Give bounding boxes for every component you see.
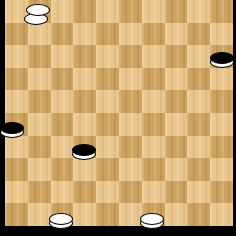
square-r8c5[interactable]: [96, 158, 119, 181]
square-r3c5[interactable]: [96, 45, 119, 68]
square-r9c2[interactable]: [28, 181, 51, 204]
square-r9c4[interactable]: [73, 181, 96, 204]
square-r1c4[interactable]: [73, 0, 96, 23]
square-r8c7[interactable]: [142, 158, 165, 181]
square-r9c5[interactable]: [96, 181, 119, 204]
square-r5c8[interactable]: [165, 90, 188, 113]
square-r2c9[interactable]: [187, 23, 210, 46]
square-r10c8[interactable]: [165, 203, 188, 226]
square-r9c7[interactable]: [142, 181, 165, 204]
square-r3c7[interactable]: [142, 45, 165, 68]
black-man-square-15[interactable]: [210, 52, 234, 68]
square-r5c9[interactable]: [187, 90, 210, 113]
square-r2c2[interactable]: [28, 23, 51, 46]
square-r1c7[interactable]: [142, 0, 165, 23]
square-r4c5[interactable]: [96, 68, 119, 91]
square-r10c10[interactable]: [210, 203, 233, 226]
black-man-square-26[interactable]: [0, 122, 24, 138]
square-r2c1[interactable]: [5, 23, 28, 46]
square-r6c4[interactable]: [73, 113, 96, 136]
square-r8c1[interactable]: [5, 158, 28, 181]
square-r10c9[interactable]: [187, 203, 210, 226]
square-r9c9[interactable]: [187, 181, 210, 204]
square-r5c10[interactable]: [210, 90, 233, 113]
square-r6c2[interactable]: [28, 113, 51, 136]
square-r9c10[interactable]: [210, 181, 233, 204]
square-r7c7[interactable]: [142, 136, 165, 159]
square-r7c3[interactable]: [51, 136, 74, 159]
square-r8c9[interactable]: [187, 158, 210, 181]
square-r8c10[interactable]: [210, 158, 233, 181]
square-r10c5[interactable]: [96, 203, 119, 226]
square-r7c10[interactable]: [210, 136, 233, 159]
square-r1c10[interactable]: [210, 0, 233, 23]
square-r4c3[interactable]: [51, 68, 74, 91]
square-r1c6[interactable]: [119, 0, 142, 23]
white-king-square-1[interactable]: [24, 4, 50, 25]
square-r2c6[interactable]: [119, 23, 142, 46]
square-r6c6[interactable]: [119, 113, 142, 136]
square-r5c5[interactable]: [96, 90, 119, 113]
square-r1c5[interactable]: [96, 0, 119, 23]
board-frame: [0, 0, 236, 236]
square-r2c3[interactable]: [51, 23, 74, 46]
square-r10c1[interactable]: [5, 203, 28, 226]
square-r8c2[interactable]: [28, 158, 51, 181]
square-r5c7[interactable]: [142, 90, 165, 113]
square-r4c7[interactable]: [142, 68, 165, 91]
square-r7c6[interactable]: [119, 136, 142, 159]
square-r3c2[interactable]: [28, 45, 51, 68]
square-r7c9[interactable]: [187, 136, 210, 159]
square-r10c4[interactable]: [73, 203, 96, 226]
square-r1c3[interactable]: [51, 0, 74, 23]
square-r8c6[interactable]: [119, 158, 142, 181]
square-r5c3[interactable]: [51, 90, 74, 113]
square-r4c10[interactable]: [210, 68, 233, 91]
square-r7c2[interactable]: [28, 136, 51, 159]
square-r1c9[interactable]: [187, 0, 210, 23]
piece-face: [0, 122, 24, 134]
square-r3c6[interactable]: [119, 45, 142, 68]
square-r3c8[interactable]: [165, 45, 188, 68]
square-r7c5[interactable]: [96, 136, 119, 159]
square-r6c7[interactable]: [142, 113, 165, 136]
square-r2c5[interactable]: [96, 23, 119, 46]
board: [5, 0, 233, 226]
piece-face: [210, 52, 234, 64]
square-r10c2[interactable]: [28, 203, 51, 226]
square-r4c4[interactable]: [73, 68, 96, 91]
square-r6c8[interactable]: [165, 113, 188, 136]
square-r6c10[interactable]: [210, 113, 233, 136]
square-r7c1[interactable]: [5, 136, 28, 159]
piece-face: [140, 213, 164, 225]
square-r8c4[interactable]: [73, 158, 96, 181]
square-r6c3[interactable]: [51, 113, 74, 136]
square-r4c2[interactable]: [28, 68, 51, 91]
square-r4c8[interactable]: [165, 68, 188, 91]
square-r5c1[interactable]: [5, 90, 28, 113]
square-r4c6[interactable]: [119, 68, 142, 91]
square-r5c4[interactable]: [73, 90, 96, 113]
square-r3c9[interactable]: [187, 45, 210, 68]
black-man-square-32[interactable]: [72, 144, 96, 160]
square-r6c9[interactable]: [187, 113, 210, 136]
square-r4c1[interactable]: [5, 68, 28, 91]
square-r3c1[interactable]: [5, 45, 28, 68]
square-r8c8[interactable]: [165, 158, 188, 181]
square-r1c8[interactable]: [165, 0, 188, 23]
square-r5c6[interactable]: [119, 90, 142, 113]
square-r5c2[interactable]: [28, 90, 51, 113]
square-r9c8[interactable]: [165, 181, 188, 204]
piece-face: [72, 144, 96, 156]
square-r2c10[interactable]: [210, 23, 233, 46]
square-r9c3[interactable]: [51, 181, 74, 204]
square-r4c9[interactable]: [187, 68, 210, 91]
square-r2c4[interactable]: [73, 23, 96, 46]
square-r6c5[interactable]: [96, 113, 119, 136]
square-r7c8[interactable]: [165, 136, 188, 159]
square-r9c1[interactable]: [5, 181, 28, 204]
square-r2c8[interactable]: [165, 23, 188, 46]
square-r3c3[interactable]: [51, 45, 74, 68]
square-r8c3[interactable]: [51, 158, 74, 181]
square-r9c6[interactable]: [119, 181, 142, 204]
piece-face: [49, 213, 73, 225]
white-man-square-49[interactable]: [140, 213, 164, 229]
white-man-square-47[interactable]: [49, 213, 73, 229]
square-r2c7[interactable]: [142, 23, 165, 46]
square-r3c4[interactable]: [73, 45, 96, 68]
square-r10c6[interactable]: [119, 203, 142, 226]
king-upper-disc: [26, 4, 50, 16]
